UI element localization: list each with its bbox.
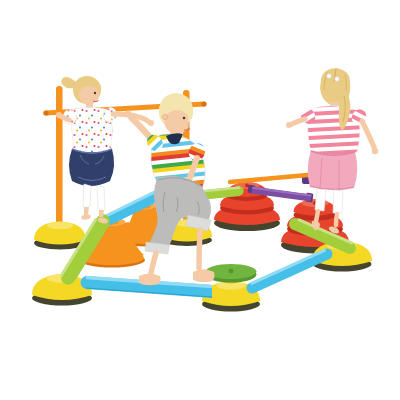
crossbar-end-cap bbox=[43, 110, 48, 115]
legging-right bbox=[97, 186, 105, 211]
capri-left bbox=[315, 189, 326, 211]
hand bbox=[286, 122, 292, 128]
crossbar-end-cap bbox=[201, 101, 206, 106]
shin-right bbox=[199, 230, 200, 268]
legging-left bbox=[83, 184, 91, 208]
ear bbox=[162, 114, 167, 119]
balance-plank-blue-right bbox=[247, 249, 333, 294]
ankle bbox=[84, 207, 89, 215]
eye bbox=[183, 117, 186, 120]
arm-left bbox=[292, 119, 305, 124]
shin-left bbox=[151, 253, 156, 273]
calf-right bbox=[336, 214, 337, 225]
tshirt-pink-striped bbox=[308, 106, 360, 156]
hand bbox=[372, 148, 378, 154]
hand bbox=[148, 120, 154, 126]
hand bbox=[124, 110, 131, 117]
upright-pole-left bbox=[56, 86, 63, 232]
capri-right bbox=[333, 190, 343, 213]
hand-on-pole bbox=[56, 112, 62, 118]
foot-on-plank bbox=[193, 269, 215, 282]
scene-illustration bbox=[0, 0, 400, 400]
eye bbox=[94, 92, 96, 94]
calf-left bbox=[316, 211, 318, 221]
hair-tie bbox=[327, 74, 332, 79]
foot-on-plank bbox=[139, 274, 161, 286]
product-photo-canvas bbox=[0, 0, 400, 400]
hair-tie bbox=[335, 77, 340, 82]
arm-right bbox=[362, 121, 374, 147]
foot bbox=[81, 213, 91, 220]
